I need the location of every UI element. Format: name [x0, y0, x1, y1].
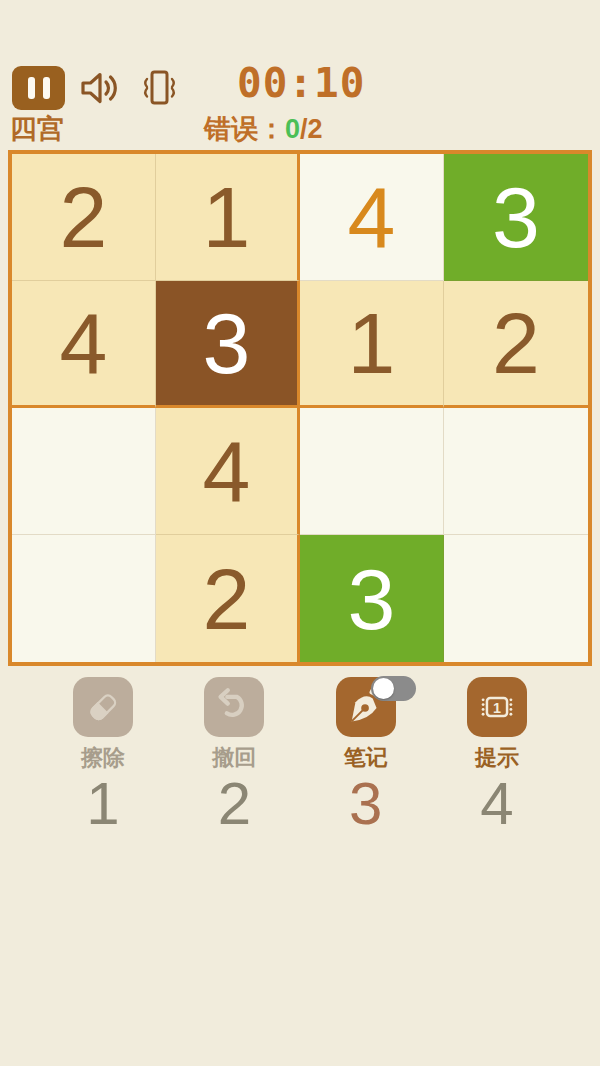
- sudoku-grid: 21434312423: [8, 150, 592, 666]
- mode-label: 四宫: [10, 111, 64, 147]
- mistakes-label: 错误：: [204, 114, 285, 144]
- cell-r4c2[interactable]: 2: [156, 535, 300, 662]
- vibrate-icon: [136, 65, 182, 114]
- cell-r4c3[interactable]: 3: [300, 535, 444, 662]
- hint-icon: 1: [467, 677, 527, 737]
- cell-r1c2[interactable]: 1: [156, 154, 300, 281]
- pause-icon: [43, 77, 50, 99]
- toolbar-item-undo[interactable]: 撤回: [201, 677, 267, 773]
- number-pad: 1 2 3 4: [0, 766, 600, 840]
- undo-icon: [204, 677, 264, 737]
- cell-r1c4[interactable]: 3: [444, 154, 588, 281]
- game-timer: 00:10: [237, 59, 365, 107]
- mistakes-divider: /: [300, 114, 308, 144]
- cell-r2c4[interactable]: 2: [444, 281, 588, 408]
- mistakes-max: 2: [308, 114, 323, 144]
- numpad-3[interactable]: 3: [333, 766, 399, 840]
- cell-r4c1[interactable]: [12, 535, 156, 662]
- toolbar-item-notes[interactable]: 笔记: [333, 677, 399, 773]
- cell-r1c1[interactable]: 2: [12, 154, 156, 281]
- cell-r1c3[interactable]: 4: [300, 154, 444, 281]
- cell-r3c2[interactable]: 4: [156, 408, 300, 535]
- numpad-1[interactable]: 1: [70, 766, 136, 840]
- numpad-4[interactable]: 4: [464, 766, 530, 840]
- pause-icon: [28, 77, 35, 99]
- toolbar: 擦除 撤回 笔记 1: [0, 677, 600, 773]
- svg-text:1: 1: [493, 700, 501, 716]
- cell-r3c4[interactable]: [444, 408, 588, 535]
- cell-r3c3[interactable]: [300, 408, 444, 535]
- eraser-icon: [73, 677, 133, 737]
- mistakes-counter: 错误：0/2: [204, 111, 323, 147]
- numpad-2[interactable]: 2: [201, 766, 267, 840]
- toolbar-item-erase[interactable]: 擦除: [70, 677, 136, 773]
- mistakes-current: 0: [285, 114, 300, 144]
- cell-r3c1[interactable]: [12, 408, 156, 535]
- speaker-icon: [76, 65, 122, 114]
- notes-toggle-switch[interactable]: [371, 676, 416, 701]
- toolbar-item-hint[interactable]: 1 提示: [464, 677, 530, 773]
- cell-r2c3[interactable]: 1: [300, 281, 444, 408]
- pause-button[interactable]: [12, 66, 65, 110]
- cell-r2c1[interactable]: 4: [12, 281, 156, 408]
- sound-toggle-button[interactable]: [76, 66, 122, 112]
- toggle-knob: [373, 678, 394, 699]
- cell-r4c4[interactable]: [444, 535, 588, 662]
- cell-r2c2[interactable]: 3: [156, 281, 300, 408]
- vibrate-toggle-button[interactable]: [136, 66, 182, 112]
